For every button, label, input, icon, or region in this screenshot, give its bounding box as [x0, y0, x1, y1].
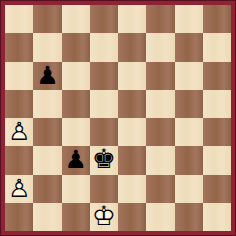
square-a8[interactable] [5, 5, 33, 33]
square-d7[interactable] [90, 33, 118, 61]
square-e2[interactable] [118, 175, 146, 203]
square-f2[interactable] [146, 175, 174, 203]
square-h3[interactable] [203, 146, 231, 174]
square-f5[interactable] [146, 90, 174, 118]
square-g2[interactable] [175, 175, 203, 203]
square-a1[interactable] [5, 203, 33, 231]
square-c3[interactable]: ♟ [62, 146, 90, 174]
square-b5[interactable] [33, 90, 61, 118]
square-f4[interactable] [146, 118, 174, 146]
square-f7[interactable] [146, 33, 174, 61]
square-h1[interactable] [203, 203, 231, 231]
square-d5[interactable] [90, 90, 118, 118]
square-c1[interactable] [62, 203, 90, 231]
square-h4[interactable] [203, 118, 231, 146]
square-c2[interactable] [62, 175, 90, 203]
square-e7[interactable] [118, 33, 146, 61]
square-a6[interactable] [5, 62, 33, 90]
square-d1[interactable]: ♚♔ [90, 203, 118, 231]
square-c4[interactable] [62, 118, 90, 146]
square-g7[interactable] [175, 33, 203, 61]
square-e6[interactable] [118, 62, 146, 90]
square-e1[interactable] [118, 203, 146, 231]
square-e5[interactable] [118, 90, 146, 118]
square-e4[interactable] [118, 118, 146, 146]
square-h5[interactable] [203, 90, 231, 118]
square-h7[interactable] [203, 33, 231, 61]
square-c7[interactable] [62, 33, 90, 61]
black-king-d3[interactable]: ♚ [90, 146, 118, 174]
square-h6[interactable] [203, 62, 231, 90]
square-d3[interactable]: ♚ [90, 146, 118, 174]
square-c6[interactable] [62, 62, 90, 90]
square-b1[interactable] [33, 203, 61, 231]
square-b3[interactable] [33, 146, 61, 174]
square-c8[interactable] [62, 5, 90, 33]
square-a3[interactable] [5, 146, 33, 174]
square-d8[interactable] [90, 5, 118, 33]
square-d6[interactable] [90, 62, 118, 90]
square-b6[interactable]: ♟ [33, 62, 61, 90]
square-a5[interactable] [5, 90, 33, 118]
square-f1[interactable] [146, 203, 174, 231]
square-g8[interactable] [175, 5, 203, 33]
white-king-d1[interactable]: ♚♔ [90, 203, 118, 231]
square-g1[interactable] [175, 203, 203, 231]
square-f3[interactable] [146, 146, 174, 174]
white-pawn-a2[interactable]: ♟♙ [5, 175, 33, 203]
black-pawn-c3[interactable]: ♟ [62, 146, 90, 174]
square-f6[interactable] [146, 62, 174, 90]
board-frame: ♟♟♙♟♚♟♙♚♔ [0, 0, 236, 236]
chess-board: ♟♟♙♟♚♟♙♚♔ [5, 5, 231, 231]
square-g6[interactable] [175, 62, 203, 90]
square-g5[interactable] [175, 90, 203, 118]
square-b8[interactable] [33, 5, 61, 33]
square-b4[interactable] [33, 118, 61, 146]
square-f8[interactable] [146, 5, 174, 33]
square-a4[interactable]: ♟♙ [5, 118, 33, 146]
square-b2[interactable] [33, 175, 61, 203]
square-d4[interactable] [90, 118, 118, 146]
square-d2[interactable] [90, 175, 118, 203]
square-a7[interactable] [5, 33, 33, 61]
square-c5[interactable] [62, 90, 90, 118]
square-e8[interactable] [118, 5, 146, 33]
square-h2[interactable] [203, 175, 231, 203]
white-pawn-a4[interactable]: ♟♙ [5, 118, 33, 146]
square-h8[interactable] [203, 5, 231, 33]
square-e3[interactable] [118, 146, 146, 174]
square-g4[interactable] [175, 118, 203, 146]
black-pawn-b6[interactable]: ♟ [33, 62, 61, 90]
square-a2[interactable]: ♟♙ [5, 175, 33, 203]
square-g3[interactable] [175, 146, 203, 174]
square-b7[interactable] [33, 33, 61, 61]
